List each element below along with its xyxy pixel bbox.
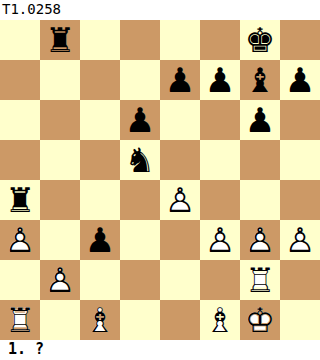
square-f6[interactable] [200, 100, 240, 140]
piece-white-bishop[interactable]: ♗ [80, 300, 120, 340]
square-a8[interactable] [0, 20, 40, 60]
square-b5[interactable] [40, 140, 80, 180]
piece-white-rook[interactable]: ♖ [0, 300, 40, 340]
piece-black-rook[interactable]: ♜ [40, 20, 80, 60]
square-a7[interactable] [0, 60, 40, 100]
square-a5[interactable] [0, 140, 40, 180]
square-c2[interactable] [80, 260, 120, 300]
move-prompt: 1. ? [0, 340, 320, 360]
piece-black-pawn[interactable]: ♟ [280, 60, 320, 100]
square-d5[interactable]: ♞ [120, 140, 160, 180]
square-g7[interactable]: ♝ [240, 60, 280, 100]
square-h6[interactable] [280, 100, 320, 140]
square-f5[interactable] [200, 140, 240, 180]
square-g3[interactable]: ♟♙ [240, 220, 280, 260]
square-d2[interactable] [120, 260, 160, 300]
square-f3[interactable]: ♟♙ [200, 220, 240, 260]
piece-black-pawn[interactable]: ♟ [160, 60, 200, 100]
square-g6[interactable]: ♟ [240, 100, 280, 140]
square-c7[interactable] [80, 60, 120, 100]
square-a3[interactable]: ♟♙ [0, 220, 40, 260]
square-c4[interactable] [80, 180, 120, 220]
square-a2[interactable] [0, 260, 40, 300]
piece-black-pawn[interactable]: ♟ [80, 220, 120, 260]
square-g1[interactable]: ♚♔ [240, 300, 280, 340]
piece-black-rook[interactable]: ♜ [0, 180, 40, 220]
square-b6[interactable] [40, 100, 80, 140]
square-g5[interactable] [240, 140, 280, 180]
square-b8[interactable]: ♜ [40, 20, 80, 60]
square-e2[interactable] [160, 260, 200, 300]
square-h7[interactable]: ♟ [280, 60, 320, 100]
square-f4[interactable] [200, 180, 240, 220]
square-f8[interactable] [200, 20, 240, 60]
piece-black-king[interactable]: ♚ [240, 20, 280, 60]
square-b7[interactable] [40, 60, 80, 100]
square-b1[interactable] [40, 300, 80, 340]
square-f1[interactable]: ♝♗ [200, 300, 240, 340]
square-h5[interactable] [280, 140, 320, 180]
square-g2[interactable]: ♜♖ [240, 260, 280, 300]
piece-white-rook[interactable]: ♖ [240, 260, 280, 300]
piece-white-pawn[interactable]: ♙ [160, 180, 200, 220]
square-c1[interactable]: ♝♗ [80, 300, 120, 340]
square-c5[interactable] [80, 140, 120, 180]
square-e8[interactable] [160, 20, 200, 60]
piece-white-bishop[interactable]: ♗ [200, 300, 240, 340]
square-c6[interactable] [80, 100, 120, 140]
square-a4[interactable]: ♜ [0, 180, 40, 220]
square-f2[interactable] [200, 260, 240, 300]
piece-white-pawn[interactable]: ♙ [280, 220, 320, 260]
square-h8[interactable] [280, 20, 320, 60]
piece-white-king[interactable]: ♔ [240, 300, 280, 340]
square-h2[interactable] [280, 260, 320, 300]
puzzle-id-label: T1.0258 [0, 0, 320, 20]
square-d1[interactable] [120, 300, 160, 340]
square-h4[interactable] [280, 180, 320, 220]
square-a1[interactable]: ♜♖ [0, 300, 40, 340]
square-d4[interactable] [120, 180, 160, 220]
square-e4[interactable]: ♟♙ [160, 180, 200, 220]
piece-black-knight[interactable]: ♞ [120, 140, 160, 180]
chess-board: ♜♚♟♟♝♟♟♟♞♜♟♙♟♙♟♟♙♟♙♟♙♟♙♜♖♜♖♝♗♝♗♚♔ [0, 20, 320, 340]
piece-black-bishop[interactable]: ♝ [240, 60, 280, 100]
piece-white-pawn[interactable]: ♙ [240, 220, 280, 260]
square-f7[interactable]: ♟ [200, 60, 240, 100]
square-b2[interactable]: ♟♙ [40, 260, 80, 300]
square-d6[interactable]: ♟ [120, 100, 160, 140]
piece-black-pawn[interactable]: ♟ [200, 60, 240, 100]
square-b4[interactable] [40, 180, 80, 220]
piece-black-pawn[interactable]: ♟ [240, 100, 280, 140]
square-d3[interactable] [120, 220, 160, 260]
square-g8[interactable]: ♚ [240, 20, 280, 60]
piece-white-pawn[interactable]: ♙ [200, 220, 240, 260]
square-d7[interactable] [120, 60, 160, 100]
square-c8[interactable] [80, 20, 120, 60]
square-d8[interactable] [120, 20, 160, 60]
square-e7[interactable]: ♟ [160, 60, 200, 100]
piece-black-pawn[interactable]: ♟ [120, 100, 160, 140]
square-e5[interactable] [160, 140, 200, 180]
square-a6[interactable] [0, 100, 40, 140]
square-e6[interactable] [160, 100, 200, 140]
square-c3[interactable]: ♟ [80, 220, 120, 260]
square-h3[interactable]: ♟♙ [280, 220, 320, 260]
square-g4[interactable] [240, 180, 280, 220]
chess-puzzle-app: T1.0258 ♜♚♟♟♝♟♟♟♞♜♟♙♟♙♟♟♙♟♙♟♙♟♙♜♖♜♖♝♗♝♗♚… [0, 0, 320, 360]
piece-white-pawn[interactable]: ♙ [0, 220, 40, 260]
square-e3[interactable] [160, 220, 200, 260]
piece-white-pawn[interactable]: ♙ [40, 260, 80, 300]
square-e1[interactable] [160, 300, 200, 340]
square-h1[interactable] [280, 300, 320, 340]
square-b3[interactable] [40, 220, 80, 260]
